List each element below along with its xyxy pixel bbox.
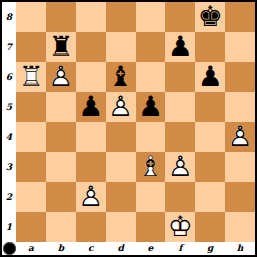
- square-d5[interactable]: ♟♙: [106, 92, 136, 122]
- file-label-text: h: [237, 244, 244, 253]
- rank-label-4: 4: [2, 122, 16, 152]
- square-c4[interactable]: [76, 122, 106, 152]
- square-c8[interactable]: [76, 2, 106, 32]
- square-c5[interactable]: ♟: [76, 92, 106, 122]
- white-pawn-outline: ♙: [76, 182, 106, 212]
- square-f4[interactable]: [165, 122, 195, 152]
- square-c3[interactable]: [76, 152, 106, 182]
- square-c2[interactable]: ♟♙: [76, 182, 106, 212]
- square-b1[interactable]: [46, 212, 76, 242]
- file-label-text: d: [117, 244, 123, 253]
- black-king-glyph: ♚: [195, 2, 225, 32]
- piece-white-pawn[interactable]: ♟♙: [76, 182, 106, 212]
- chess-diagram: 8♚7♜♟6♜♖♟♙♝♟5♟♟♙♟4♟♙3♝♗♟♙2♟♙1♚♔abcdefgh: [0, 0, 257, 257]
- piece-black-bishop[interactable]: ♝: [106, 62, 136, 92]
- square-f3[interactable]: ♟♙: [165, 152, 195, 182]
- square-h1[interactable]: [225, 212, 255, 242]
- square-b7[interactable]: ♜: [46, 32, 76, 62]
- square-a6[interactable]: ♜♖: [16, 62, 46, 92]
- file-label-text: a: [28, 244, 34, 253]
- square-h8[interactable]: [225, 2, 255, 32]
- square-g5[interactable]: [195, 92, 225, 122]
- file-label-text: e: [148, 244, 154, 253]
- white-rook-outline: ♖: [16, 62, 46, 92]
- file-label-a: a: [16, 242, 46, 255]
- rank-label-text: 7: [6, 43, 12, 52]
- square-e1[interactable]: [136, 212, 166, 242]
- white-pawn-outline: ♙: [46, 62, 76, 92]
- rank-label-text: 6: [6, 73, 12, 82]
- rank-label-7: 7: [2, 32, 16, 62]
- square-a7[interactable]: [16, 32, 46, 62]
- white-bishop-outline: ♗: [136, 152, 166, 182]
- square-a4[interactable]: [16, 122, 46, 152]
- square-h4[interactable]: ♟♙: [225, 122, 255, 152]
- black-to-move-indicator-icon: [3, 242, 16, 255]
- black-pawn-glyph: ♟: [136, 92, 166, 122]
- rank-label-2: 2: [2, 182, 16, 212]
- piece-black-pawn[interactable]: ♟: [136, 92, 166, 122]
- square-b5[interactable]: [46, 92, 76, 122]
- square-b4[interactable]: [46, 122, 76, 152]
- square-h2[interactable]: [225, 182, 255, 212]
- square-d6[interactable]: ♝: [106, 62, 136, 92]
- white-pawn-outline: ♙: [165, 152, 195, 182]
- square-f6[interactable]: [165, 62, 195, 92]
- file-label-text: c: [88, 244, 93, 253]
- square-g4[interactable]: [195, 122, 225, 152]
- rank-label-1: 1: [2, 212, 16, 242]
- square-e8[interactable]: [136, 2, 166, 32]
- square-c7[interactable]: [76, 32, 106, 62]
- rank-label-text: 1: [6, 223, 12, 232]
- piece-white-bishop[interactable]: ♝♗: [136, 152, 166, 182]
- file-label-c: c: [76, 242, 106, 255]
- square-b6[interactable]: ♟♙: [46, 62, 76, 92]
- square-g3[interactable]: [195, 152, 225, 182]
- square-g7[interactable]: [195, 32, 225, 62]
- square-a8[interactable]: [16, 2, 46, 32]
- piece-white-pawn[interactable]: ♟♙: [225, 122, 255, 152]
- chess-board: 8♚7♜♟6♜♖♟♙♝♟5♟♟♙♟4♟♙3♝♗♟♙2♟♙1♚♔abcdefgh: [2, 2, 255, 255]
- rank-label-text: 5: [6, 103, 12, 112]
- square-c6[interactable]: [76, 62, 106, 92]
- square-e2[interactable]: [136, 182, 166, 212]
- white-king-outline: ♔: [165, 212, 195, 242]
- piece-white-pawn[interactable]: ♟♙: [165, 152, 195, 182]
- square-a3[interactable]: [16, 152, 46, 182]
- black-pawn-glyph: ♟: [195, 62, 225, 92]
- square-d7[interactable]: [106, 32, 136, 62]
- file-label-text: g: [207, 244, 213, 253]
- white-pawn-outline: ♙: [225, 122, 255, 152]
- side-to-move-corner: [2, 242, 16, 255]
- square-g8[interactable]: ♚: [195, 2, 225, 32]
- file-label-text: b: [58, 244, 64, 253]
- square-h6[interactable]: [225, 62, 255, 92]
- square-e6[interactable]: [136, 62, 166, 92]
- black-pawn-glyph: ♟: [165, 32, 195, 62]
- rank-label-text: 8: [6, 13, 12, 22]
- piece-black-king[interactable]: ♚: [195, 2, 225, 32]
- square-f2[interactable]: [165, 182, 195, 212]
- file-label-b: b: [46, 242, 76, 255]
- piece-white-king[interactable]: ♚♔: [165, 212, 195, 242]
- rank-label-8: 8: [2, 2, 16, 32]
- black-pawn-glyph: ♟: [76, 92, 106, 122]
- square-f1[interactable]: ♚♔: [165, 212, 195, 242]
- square-b2[interactable]: [46, 182, 76, 212]
- square-g1[interactable]: [195, 212, 225, 242]
- square-d8[interactable]: [106, 2, 136, 32]
- square-h5[interactable]: [225, 92, 255, 122]
- rank-label-3: 3: [2, 152, 16, 182]
- rank-label-6: 6: [2, 62, 16, 92]
- black-bishop-glyph: ♝: [106, 62, 136, 92]
- square-e4[interactable]: [136, 122, 166, 152]
- piece-black-rook[interactable]: ♜: [46, 32, 76, 62]
- file-label-f: f: [165, 242, 195, 255]
- square-d4[interactable]: [106, 122, 136, 152]
- square-b8[interactable]: [46, 2, 76, 32]
- square-d1[interactable]: [106, 212, 136, 242]
- piece-black-pawn[interactable]: ♟: [195, 62, 225, 92]
- rank-label-text: 3: [6, 163, 12, 172]
- rank-label-text: 4: [6, 133, 12, 142]
- piece-black-pawn[interactable]: ♟: [76, 92, 106, 122]
- square-e5[interactable]: ♟: [136, 92, 166, 122]
- white-pawn-outline: ♙: [106, 92, 136, 122]
- square-f7[interactable]: ♟: [165, 32, 195, 62]
- square-d3[interactable]: [106, 152, 136, 182]
- piece-black-pawn[interactable]: ♟: [165, 32, 195, 62]
- file-label-g: g: [195, 242, 225, 255]
- file-label-e: e: [136, 242, 166, 255]
- file-label-text: f: [178, 244, 182, 253]
- piece-white-pawn[interactable]: ♟♙: [46, 62, 76, 92]
- square-h7[interactable]: [225, 32, 255, 62]
- piece-white-rook[interactable]: ♜♖: [16, 62, 46, 92]
- black-rook-glyph: ♜: [46, 32, 76, 62]
- square-a5[interactable]: [16, 92, 46, 122]
- square-h3[interactable]: [225, 152, 255, 182]
- square-c1[interactable]: [76, 212, 106, 242]
- square-f5[interactable]: [165, 92, 195, 122]
- rank-label-text: 2: [6, 193, 12, 202]
- square-a1[interactable]: [16, 212, 46, 242]
- square-g6[interactable]: ♟: [195, 62, 225, 92]
- file-label-d: d: [106, 242, 136, 255]
- square-e7[interactable]: [136, 32, 166, 62]
- piece-white-pawn[interactable]: ♟♙: [106, 92, 136, 122]
- file-label-h: h: [225, 242, 255, 255]
- square-e3[interactable]: ♝♗: [136, 152, 166, 182]
- rank-label-5: 5: [2, 92, 16, 122]
- square-f8[interactable]: [165, 2, 195, 32]
- square-a2[interactable]: [16, 182, 46, 212]
- square-d2[interactable]: [106, 182, 136, 212]
- square-g2[interactable]: [195, 182, 225, 212]
- square-b3[interactable]: [46, 152, 76, 182]
